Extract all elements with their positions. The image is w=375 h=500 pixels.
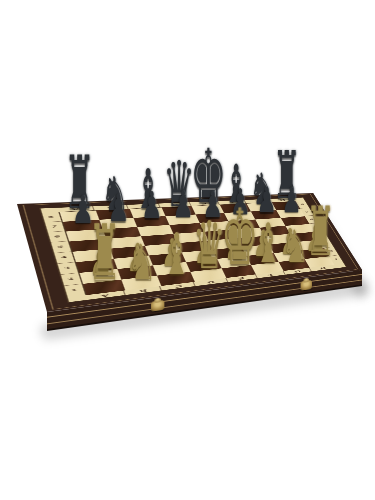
clasp-left-icon [151,300,164,312]
clasp-right-icon [301,280,312,291]
chess-set-product-photo: ABCDEFGH ABCDEFGH 87654321 87654321 ♜♞♝♛… [0,0,375,500]
